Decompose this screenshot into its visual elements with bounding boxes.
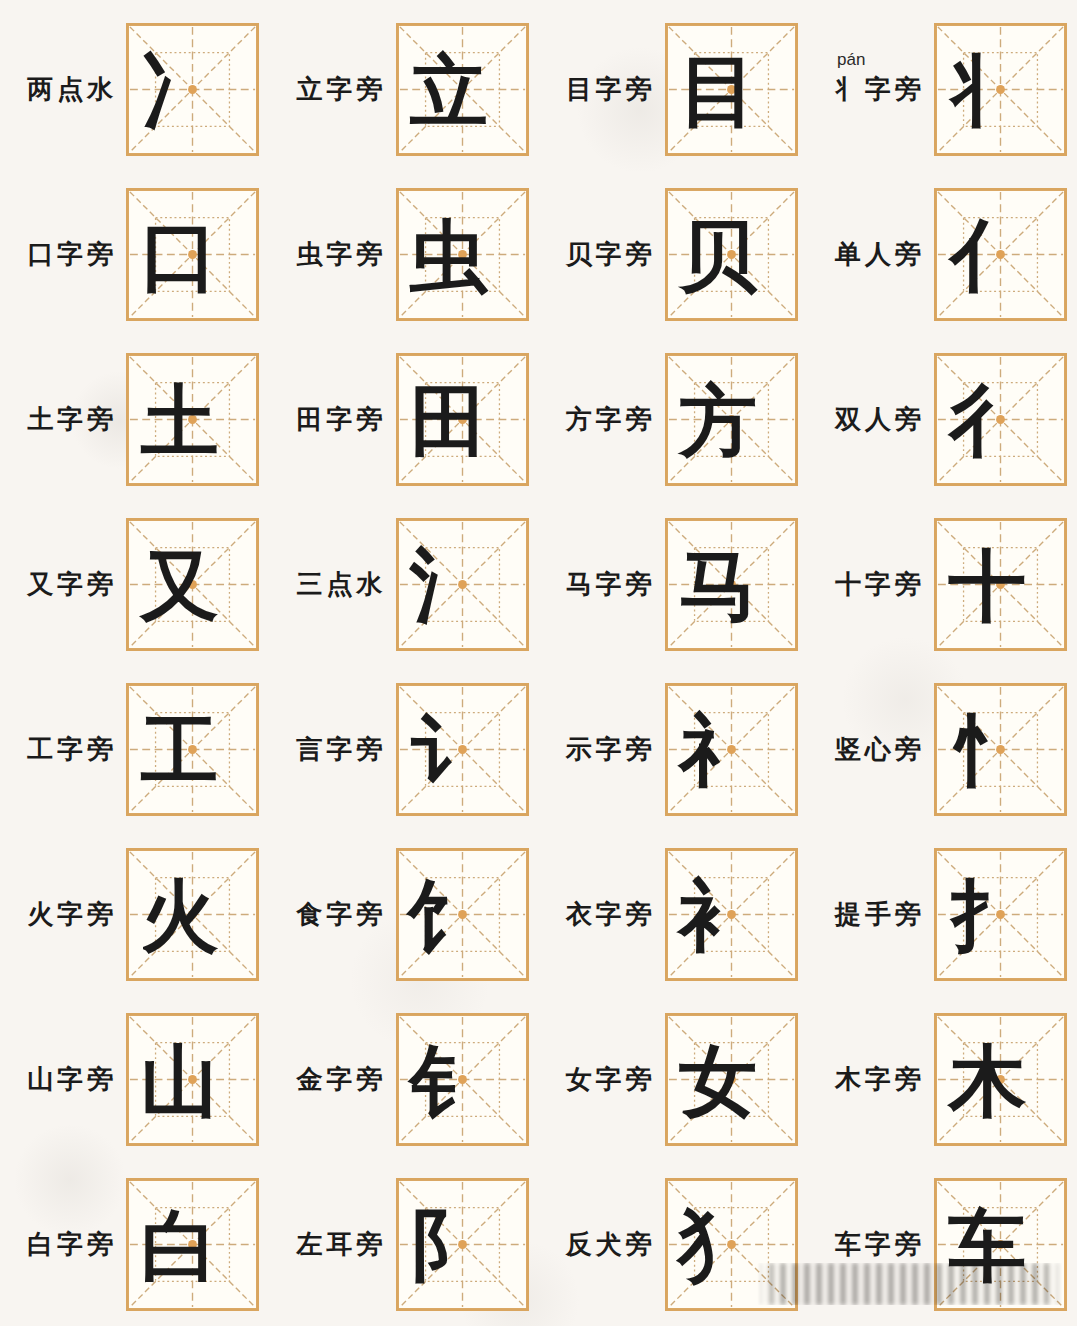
radical-glyph: 扌 bbox=[948, 877, 1026, 955]
radical-label: pán 丬字旁 bbox=[835, 72, 925, 107]
radical-label: 左耳旁 bbox=[297, 1227, 387, 1262]
radical-name: 口字旁 bbox=[27, 239, 117, 269]
radical-glyph: 亻 bbox=[948, 217, 1026, 295]
practice-grid: 礻 bbox=[665, 683, 798, 816]
radical-glyph: 贝 bbox=[679, 217, 757, 295]
practice-grid: 火 bbox=[126, 848, 259, 981]
radical-cell: 两点水 冫 bbox=[0, 7, 269, 172]
radical-name: 田字旁 bbox=[297, 404, 387, 434]
radical-label: 土字旁 bbox=[27, 402, 117, 437]
radical-name: 女字旁 bbox=[566, 1064, 656, 1094]
radical-cell: 三点水 氵 bbox=[269, 502, 538, 667]
radical-cell: 提手旁 扌 bbox=[808, 832, 1077, 997]
radical-glyph: 饣 bbox=[410, 877, 488, 955]
radical-cell: 山字旁 山 bbox=[0, 997, 269, 1162]
radical-name: 提手旁 bbox=[835, 899, 925, 929]
radical-glyph: 虫 bbox=[410, 217, 488, 295]
radical-name: 工字旁 bbox=[27, 734, 117, 764]
radical-name: 土字旁 bbox=[27, 404, 117, 434]
radical-glyph: 冫 bbox=[140, 52, 218, 130]
practice-grid: 扌 bbox=[934, 848, 1067, 981]
radical-label: 田字旁 bbox=[297, 402, 387, 437]
radical-name: 双人旁 bbox=[835, 404, 925, 434]
radical-glyph: 田 bbox=[410, 382, 488, 460]
practice-grid: 虫 bbox=[396, 188, 529, 321]
practice-grid: 口 bbox=[126, 188, 259, 321]
radical-name: 单人旁 bbox=[835, 239, 925, 269]
practice-grid: 讠 bbox=[396, 683, 529, 816]
radical-label: 工字旁 bbox=[27, 732, 117, 767]
radical-label: 口字旁 bbox=[27, 237, 117, 272]
radical-label: 衣字旁 bbox=[566, 897, 656, 932]
radical-name: 十字旁 bbox=[835, 569, 925, 599]
radical-label: 言字旁 bbox=[297, 732, 387, 767]
radical-glyph: 衤 bbox=[679, 877, 757, 955]
radical-glyph: 马 bbox=[679, 547, 757, 625]
radical-label: 反犬旁 bbox=[566, 1227, 656, 1262]
practice-grid: 田 bbox=[396, 353, 529, 486]
practice-grid: 山 bbox=[126, 1013, 259, 1146]
radical-glyph: 土 bbox=[140, 382, 218, 460]
radical-label: 又字旁 bbox=[27, 567, 117, 602]
radical-label: 提手旁 bbox=[835, 897, 925, 932]
radical-label: 白字旁 bbox=[27, 1227, 117, 1262]
radical-glyph: 礻 bbox=[679, 712, 757, 790]
radical-name: 白字旁 bbox=[27, 1229, 117, 1259]
practice-grid: 衤 bbox=[665, 848, 798, 981]
radical-name: 金字旁 bbox=[297, 1064, 387, 1094]
blurred-watermark bbox=[757, 1263, 1063, 1305]
radical-grid: 两点水 冫 立字旁 bbox=[0, 0, 1077, 1326]
practice-grid: 阝 bbox=[396, 1178, 529, 1311]
practice-grid: 土 bbox=[126, 353, 259, 486]
radical-cell: 衣字旁 衤 bbox=[539, 832, 808, 997]
practice-grid: 钅 bbox=[396, 1013, 529, 1146]
radical-name: 方字旁 bbox=[566, 404, 656, 434]
radical-glyph: 口 bbox=[140, 217, 218, 295]
radical-cell: 白字旁 白 bbox=[0, 1162, 269, 1326]
radical-cell: 食字旁 饣 bbox=[269, 832, 538, 997]
practice-grid: 木 bbox=[934, 1013, 1067, 1146]
radical-label: 金字旁 bbox=[297, 1062, 387, 1097]
radical-cell: 口字旁 口 bbox=[0, 172, 269, 337]
radical-cell: 竖心旁 忄 bbox=[808, 667, 1077, 832]
radical-name: 目字旁 bbox=[566, 74, 656, 104]
radical-cell: 目字旁 目 bbox=[539, 7, 808, 172]
radical-name: 贝字旁 bbox=[566, 239, 656, 269]
practice-grid: 方 bbox=[665, 353, 798, 486]
radical-name: 火字旁 bbox=[27, 899, 117, 929]
radical-name: 山字旁 bbox=[27, 1064, 117, 1094]
radical-cell: 左耳旁 阝 bbox=[269, 1162, 538, 1326]
radical-glyph: 氵 bbox=[410, 547, 488, 625]
radical-glyph: 十 bbox=[948, 547, 1026, 625]
radical-label: 火字旁 bbox=[27, 897, 117, 932]
radical-name: 食字旁 bbox=[297, 899, 387, 929]
radical-cell: 十字旁 十 bbox=[808, 502, 1077, 667]
radical-glyph: 目 bbox=[679, 52, 757, 130]
radical-name: 木字旁 bbox=[835, 1064, 925, 1094]
radical-glyph: 又 bbox=[140, 547, 218, 625]
radical-glyph: 火 bbox=[140, 877, 218, 955]
radical-label: 两点水 bbox=[27, 72, 117, 107]
practice-grid: 白 bbox=[126, 1178, 259, 1311]
practice-grid: 立 bbox=[396, 23, 529, 156]
radical-label: 目字旁 bbox=[566, 72, 656, 107]
practice-grid: 彳 bbox=[934, 353, 1067, 486]
radical-label: 立字旁 bbox=[297, 72, 387, 107]
radical-label: 三点水 bbox=[297, 567, 387, 602]
practice-grid: 氵 bbox=[396, 518, 529, 651]
radical-name: 反犬旁 bbox=[566, 1229, 656, 1259]
radical-label: 马字旁 bbox=[566, 567, 656, 602]
radical-glyph: 阝 bbox=[410, 1207, 488, 1285]
practice-grid: 又 bbox=[126, 518, 259, 651]
radical-name: 两点水 bbox=[27, 74, 117, 104]
radical-glyph: 山 bbox=[140, 1042, 218, 1120]
radical-glyph: 彳 bbox=[948, 382, 1026, 460]
radical-cell: 火字旁 火 bbox=[0, 832, 269, 997]
radical-glyph: 讠 bbox=[410, 712, 488, 790]
radical-name: 马字旁 bbox=[566, 569, 656, 599]
radical-cell: 土字旁 土 bbox=[0, 337, 269, 502]
practice-grid: 丬 bbox=[934, 23, 1067, 156]
radical-label: 单人旁 bbox=[835, 237, 925, 272]
radical-cell: 女字旁 女 bbox=[539, 997, 808, 1162]
practice-grid: 目 bbox=[665, 23, 798, 156]
radical-glyph: 丬 bbox=[948, 52, 1026, 130]
radical-name: 左耳旁 bbox=[297, 1229, 387, 1259]
radical-name: 车字旁 bbox=[835, 1229, 925, 1259]
radical-cell: 言字旁 讠 bbox=[269, 667, 538, 832]
radical-cell: 贝字旁 贝 bbox=[539, 172, 808, 337]
radical-label: 山字旁 bbox=[27, 1062, 117, 1097]
radical-label: 竖心旁 bbox=[835, 732, 925, 767]
practice-grid: 十 bbox=[934, 518, 1067, 651]
radical-name: 三点水 bbox=[297, 569, 387, 599]
radical-cell: 单人旁 亻 bbox=[808, 172, 1077, 337]
radical-glyph: 忄 bbox=[948, 712, 1026, 790]
radical-cell: 双人旁 彳 bbox=[808, 337, 1077, 502]
radical-cell: 立字旁 立 bbox=[269, 7, 538, 172]
radical-name: 立字旁 bbox=[297, 74, 387, 104]
radical-cell: 方字旁 方 bbox=[539, 337, 808, 502]
pinyin-label: pán bbox=[837, 50, 865, 70]
practice-grid: 马 bbox=[665, 518, 798, 651]
radical-cell: 木字旁 木 bbox=[808, 997, 1077, 1162]
practice-grid: 亻 bbox=[934, 188, 1067, 321]
radical-name: 丬字旁 bbox=[835, 74, 925, 104]
radical-glyph: 白 bbox=[140, 1207, 218, 1285]
radical-glyph: 木 bbox=[948, 1042, 1026, 1120]
practice-grid: 饣 bbox=[396, 848, 529, 981]
practice-grid: 冫 bbox=[126, 23, 259, 156]
radical-label: 双人旁 bbox=[835, 402, 925, 437]
radical-label: 女字旁 bbox=[566, 1062, 656, 1097]
radical-glyph: 钅 bbox=[410, 1042, 488, 1120]
radical-cell: 又字旁 又 bbox=[0, 502, 269, 667]
radical-label: 车字旁 bbox=[835, 1227, 925, 1262]
radical-cell: pán 丬字旁 丬 bbox=[808, 7, 1077, 172]
radical-label: 十字旁 bbox=[835, 567, 925, 602]
radical-cell: 田字旁 田 bbox=[269, 337, 538, 502]
radical-glyph: 女 bbox=[679, 1042, 757, 1120]
radical-name: 衣字旁 bbox=[566, 899, 656, 929]
radical-glyph: 立 bbox=[410, 52, 488, 130]
radical-cell: 马字旁 马 bbox=[539, 502, 808, 667]
radical-glyph: 工 bbox=[140, 712, 218, 790]
practice-grid: 贝 bbox=[665, 188, 798, 321]
radical-label: 方字旁 bbox=[566, 402, 656, 437]
radical-cell: 示字旁 礻 bbox=[539, 667, 808, 832]
radical-name: 虫字旁 bbox=[297, 239, 387, 269]
radical-cell: 工字旁 工 bbox=[0, 667, 269, 832]
radical-cell: 金字旁 钅 bbox=[269, 997, 538, 1162]
radical-label: 食字旁 bbox=[297, 897, 387, 932]
radical-name: 竖心旁 bbox=[835, 734, 925, 764]
radical-label: 木字旁 bbox=[835, 1062, 925, 1097]
radical-cell: 虫字旁 虫 bbox=[269, 172, 538, 337]
practice-grid: 女 bbox=[665, 1013, 798, 1146]
radical-name: 言字旁 bbox=[297, 734, 387, 764]
radical-glyph: 犭 bbox=[679, 1207, 757, 1285]
radical-label: 虫字旁 bbox=[297, 237, 387, 272]
radical-name: 示字旁 bbox=[566, 734, 656, 764]
radical-name: 又字旁 bbox=[27, 569, 117, 599]
radical-glyph: 方 bbox=[679, 382, 757, 460]
practice-grid: 忄 bbox=[934, 683, 1067, 816]
practice-grid: 工 bbox=[126, 683, 259, 816]
radical-label: 示字旁 bbox=[566, 732, 656, 767]
radical-label: 贝字旁 bbox=[566, 237, 656, 272]
